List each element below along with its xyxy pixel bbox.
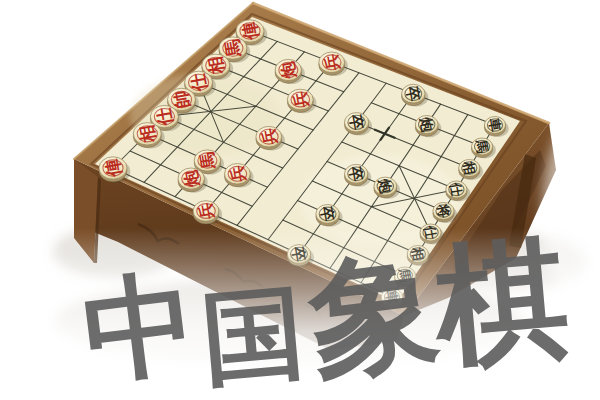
xiangqi-poster: 俥馬兵相炮仕卒帥兵仕卒炮車相兵馬馬俥相兵卒炮炮仕兵将卒仕相卒馬車 中 国 象 棋	[0, 0, 600, 400]
svg-text:兵: 兵	[258, 127, 280, 147]
svg-text:帥: 帥	[170, 89, 193, 110]
svg-text:卒: 卒	[346, 112, 367, 131]
xiangqi-table-illustration: 俥馬兵相炮仕卒帥兵仕卒炮車相兵馬馬俥相兵卒炮炮仕兵将卒仕相卒馬車	[0, 0, 600, 400]
bottom-fade	[0, 228, 600, 400]
svg-text:炮: 炮	[278, 60, 300, 81]
svg-text:兵: 兵	[227, 164, 249, 184]
svg-text:炮: 炮	[181, 168, 203, 189]
svg-text:相: 相	[205, 55, 228, 77]
svg-text:相: 相	[460, 159, 477, 176]
svg-text:馬: 馬	[197, 150, 219, 171]
svg-text:兵: 兵	[196, 201, 218, 221]
svg-text:兵: 兵	[321, 53, 343, 73]
svg-text:兵: 兵	[290, 90, 312, 110]
svg-text:相: 相	[136, 123, 159, 145]
svg-text:将: 将	[435, 202, 452, 219]
